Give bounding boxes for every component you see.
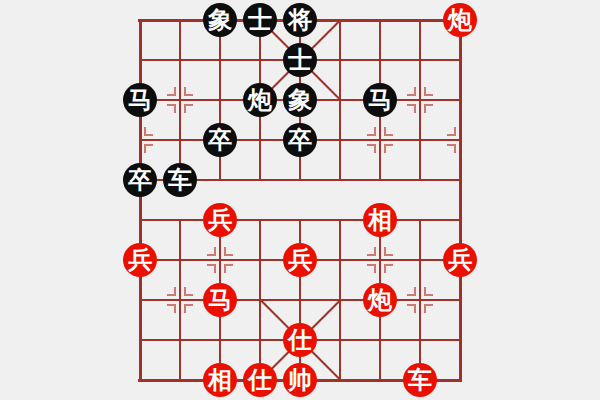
point-b9[interactable] <box>160 40 200 80</box>
point-g2[interactable] <box>360 320 400 360</box>
point-a6[interactable]: 卒 <box>120 160 160 200</box>
point-d9[interactable] <box>240 40 280 80</box>
point-d2[interactable] <box>240 320 280 360</box>
point-e2[interactable]: 仕 <box>280 320 320 360</box>
piece-black-elephant[interactable]: 象 <box>283 83 317 117</box>
point-c4[interactable] <box>200 240 240 280</box>
point-a8[interactable]: 马 <box>120 80 160 120</box>
piece-black-soldier[interactable]: 卒 <box>283 123 317 157</box>
point-a4[interactable]: 兵 <box>120 240 160 280</box>
point-e7[interactable]: 卒 <box>280 120 320 160</box>
point-f8[interactable] <box>320 80 360 120</box>
point-h6[interactable] <box>400 160 440 200</box>
point-f6[interactable] <box>320 160 360 200</box>
point-a5[interactable] <box>120 200 160 240</box>
point-a9[interactable] <box>120 40 160 80</box>
point-f10[interactable] <box>320 0 360 40</box>
point-i3[interactable] <box>440 280 480 320</box>
point-h5[interactable] <box>400 200 440 240</box>
xiangqi-board-screen: 象士将炮士马炮象马卒卒卒车兵相兵兵兵马炮仕相仕帅车 <box>0 0 600 400</box>
piece-black-advisor[interactable]: 士 <box>243 3 277 37</box>
point-d6[interactable] <box>240 160 280 200</box>
piece-black-elephant[interactable]: 象 <box>203 3 237 37</box>
point-c7[interactable]: 卒 <box>200 120 240 160</box>
point-c3[interactable]: 马 <box>200 280 240 320</box>
point-g8[interactable]: 马 <box>360 80 400 120</box>
piece-red-general[interactable]: 帅 <box>283 363 317 397</box>
point-f9[interactable] <box>320 40 360 80</box>
point-g5[interactable]: 相 <box>360 200 400 240</box>
point-i1[interactable] <box>440 360 480 400</box>
point-e10[interactable]: 将 <box>280 0 320 40</box>
piece-red-soldier[interactable]: 兵 <box>283 243 317 277</box>
point-e8[interactable]: 象 <box>280 80 320 120</box>
point-b5[interactable] <box>160 200 200 240</box>
point-e4[interactable]: 兵 <box>280 240 320 280</box>
point-e6[interactable] <box>280 160 320 200</box>
point-e5[interactable] <box>280 200 320 240</box>
point-a10[interactable] <box>120 0 160 40</box>
point-c1[interactable]: 相 <box>200 360 240 400</box>
point-e1[interactable]: 帅 <box>280 360 320 400</box>
piece-red-advisor[interactable]: 仕 <box>243 363 277 397</box>
point-h3[interactable] <box>400 280 440 320</box>
point-i8[interactable] <box>440 80 480 120</box>
point-h8[interactable] <box>400 80 440 120</box>
piece-black-chariot[interactable]: 车 <box>163 163 197 197</box>
piece-black-soldier[interactable]: 卒 <box>203 123 237 157</box>
point-g9[interactable] <box>360 40 400 80</box>
piece-red-horse[interactable]: 马 <box>203 283 237 317</box>
piece-black-horse[interactable]: 马 <box>363 83 397 117</box>
point-c8[interactable] <box>200 80 240 120</box>
point-f7[interactable] <box>320 120 360 160</box>
point-g6[interactable] <box>360 160 400 200</box>
point-b3[interactable] <box>160 280 200 320</box>
point-d5[interactable] <box>240 200 280 240</box>
point-h9[interactable] <box>400 40 440 80</box>
point-h10[interactable] <box>400 0 440 40</box>
point-f1[interactable] <box>320 360 360 400</box>
point-c9[interactable] <box>200 40 240 80</box>
point-d4[interactable] <box>240 240 280 280</box>
point-a2[interactable] <box>120 320 160 360</box>
point-h7[interactable] <box>400 120 440 160</box>
point-b1[interactable] <box>160 360 200 400</box>
point-g4[interactable] <box>360 240 400 280</box>
point-c6[interactable] <box>200 160 240 200</box>
point-b7[interactable] <box>160 120 200 160</box>
point-f5[interactable] <box>320 200 360 240</box>
point-b4[interactable] <box>160 240 200 280</box>
point-e3[interactable] <box>280 280 320 320</box>
point-b2[interactable] <box>160 320 200 360</box>
point-i9[interactable] <box>440 40 480 80</box>
point-d1[interactable]: 仕 <box>240 360 280 400</box>
piece-red-elephant[interactable]: 相 <box>203 363 237 397</box>
point-c2[interactable] <box>200 320 240 360</box>
point-h2[interactable] <box>400 320 440 360</box>
point-h4[interactable] <box>400 240 440 280</box>
piece-black-cannon[interactable]: 炮 <box>243 83 277 117</box>
point-d7[interactable] <box>240 120 280 160</box>
point-c10[interactable]: 象 <box>200 0 240 40</box>
point-f4[interactable] <box>320 240 360 280</box>
piece-red-advisor[interactable]: 仕 <box>283 323 317 357</box>
point-g10[interactable] <box>360 0 400 40</box>
point-a7[interactable] <box>120 120 160 160</box>
point-c5[interactable]: 兵 <box>200 200 240 240</box>
point-i7[interactable] <box>440 120 480 160</box>
point-i4[interactable]: 兵 <box>440 240 480 280</box>
point-i6[interactable] <box>440 160 480 200</box>
piece-red-elephant[interactable]: 相 <box>363 203 397 237</box>
point-i5[interactable] <box>440 200 480 240</box>
point-e9[interactable]: 士 <box>280 40 320 80</box>
point-h1[interactable]: 车 <box>400 360 440 400</box>
point-b10[interactable] <box>160 0 200 40</box>
piece-red-soldier[interactable]: 兵 <box>443 243 477 277</box>
piece-red-cannon[interactable]: 炮 <box>443 3 477 37</box>
point-a3[interactable] <box>120 280 160 320</box>
piece-red-cannon[interactable]: 炮 <box>363 283 397 317</box>
point-g1[interactable] <box>360 360 400 400</box>
piece-red-soldier[interactable]: 兵 <box>123 243 157 277</box>
xiangqi-board: 象士将炮士马炮象马卒卒卒车兵相兵兵兵马炮仕相仕帅车 <box>120 0 480 400</box>
piece-red-soldier[interactable]: 兵 <box>203 203 237 237</box>
point-a1[interactable] <box>120 360 160 400</box>
point-f2[interactable] <box>320 320 360 360</box>
piece-black-general[interactable]: 将 <box>283 3 317 37</box>
point-i2[interactable] <box>440 320 480 360</box>
piece-black-advisor[interactable]: 士 <box>283 43 317 77</box>
piece-black-horse[interactable]: 马 <box>123 83 157 117</box>
point-d10[interactable]: 士 <box>240 0 280 40</box>
point-g7[interactable] <box>360 120 400 160</box>
point-b8[interactable] <box>160 80 200 120</box>
point-i10[interactable]: 炮 <box>440 0 480 40</box>
piece-black-soldier[interactable]: 卒 <box>123 163 157 197</box>
point-g3[interactable]: 炮 <box>360 280 400 320</box>
point-b6[interactable]: 车 <box>160 160 200 200</box>
point-d3[interactable] <box>240 280 280 320</box>
point-f3[interactable] <box>320 280 360 320</box>
piece-red-chariot[interactable]: 车 <box>403 363 437 397</box>
point-d8[interactable]: 炮 <box>240 80 280 120</box>
